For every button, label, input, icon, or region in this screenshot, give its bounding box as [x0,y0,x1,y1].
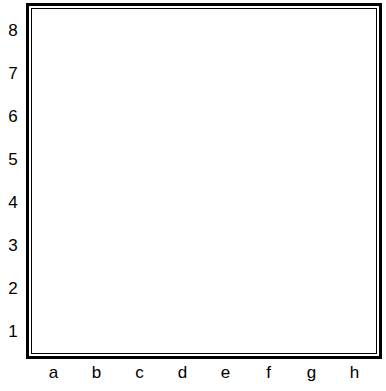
rank-labels: 8 7 6 5 4 3 2 1 [0,9,26,353]
board-grid [32,9,376,353]
rank-label-7: 7 [0,52,26,95]
file-label-e: e [204,361,247,385]
file-label-f: f [247,361,290,385]
rank-label-2: 2 [0,267,26,310]
file-label-a: a [32,361,75,385]
rank-label-1: 1 [0,310,26,353]
chess-board [26,3,382,359]
rank-label-6: 6 [0,95,26,138]
file-label-g: g [290,361,333,385]
rank-label-4: 4 [0,181,26,224]
file-labels: a b c d e f g h [32,361,376,385]
file-label-b: b [75,361,118,385]
file-label-h: h [333,361,376,385]
rank-label-8: 8 [0,9,26,52]
file-label-d: d [161,361,204,385]
chess-diagram: 8 7 6 5 4 3 2 1 a b c d e f g h [0,0,386,391]
chess-board-inner [31,8,377,354]
rank-label-5: 5 [0,138,26,181]
file-label-c: c [118,361,161,385]
rank-label-3: 3 [0,224,26,267]
